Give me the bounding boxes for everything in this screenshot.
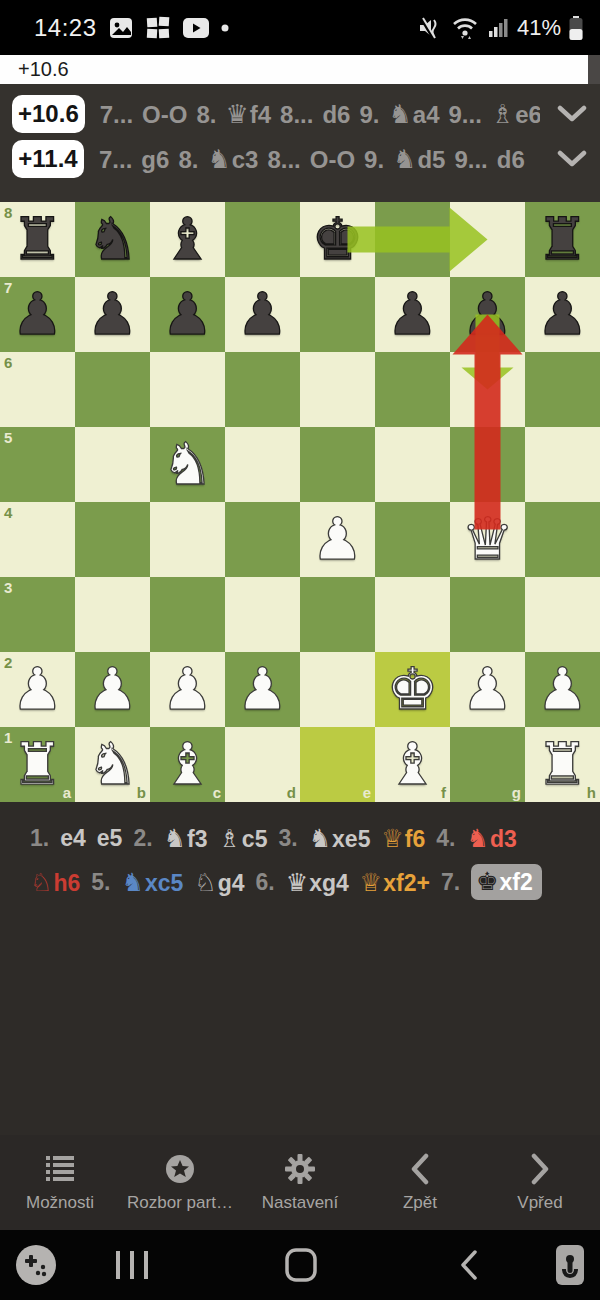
square-a4[interactable]: 4: [0, 502, 75, 577]
square-c8[interactable]: ♝: [150, 202, 225, 277]
square-c3[interactable]: [150, 577, 225, 652]
square-d3[interactable]: [225, 577, 300, 652]
square-e3[interactable]: [300, 577, 375, 652]
square-a8[interactable]: 8♜: [0, 202, 75, 277]
coord-file-f: f: [441, 785, 446, 800]
options-button[interactable]: Možnosti: [0, 1135, 120, 1230]
move-text: c5: [242, 826, 268, 853]
square-g6[interactable]: [450, 352, 525, 427]
move-text: 8.: [196, 101, 216, 129]
move-token[interactable]: 8.: [196, 101, 216, 129]
coord-rank-7: 7: [4, 280, 12, 295]
engine-line-1-moves: 7...O-O8.♛f48...d69.♞a49...♗e610.: [100, 99, 540, 129]
move-text: e4: [60, 825, 86, 852]
coord-rank-2: 2: [4, 655, 12, 670]
move-token[interactable]: ♘h6: [30, 868, 80, 897]
options-list-icon: [44, 1153, 76, 1185]
square-g7[interactable]: ♟: [450, 277, 525, 352]
move-token[interactable]: ♞d3: [467, 824, 517, 853]
square-b2[interactable]: ♟: [75, 652, 150, 727]
move-list-row: ♘h65.♞xc5♘g46.♛xg4♕xf2+7.♚xf2: [30, 860, 590, 904]
square-b1[interactable]: b♞: [75, 727, 150, 802]
move-token[interactable]: 8.: [178, 146, 198, 174]
piece-figurine: ♗: [218, 824, 240, 853]
coord-rank-6: 6: [4, 355, 12, 370]
move-token[interactable]: 9...: [449, 101, 482, 129]
move-text: e6: [515, 101, 540, 129]
move-text: d6: [497, 146, 525, 174]
dot-notification-icon: [221, 24, 229, 32]
move-token[interactable]: 4.: [436, 825, 455, 852]
engine-line-1-eval-badge: +10.6: [12, 95, 85, 133]
move-text: 7.: [441, 869, 460, 896]
piece-black-pawn-d7[interactable]: ♟: [237, 277, 289, 352]
piece-black-rook-h8[interactable]: ♜: [537, 202, 589, 277]
piece-black-bishop-c8[interactable]: ♝: [162, 202, 214, 277]
move-list: 1.e4e52.♞f3♗c53.♞xe5♕f64.♞d3♘h65.♞xc5♘g4…: [0, 802, 600, 1135]
square-h6[interactable]: [525, 352, 600, 427]
chevron-right-icon: [530, 1153, 550, 1185]
move-text: 7...: [99, 146, 132, 174]
coord-file-c: c: [213, 785, 221, 800]
square-e4[interactable]: ♟: [300, 502, 375, 577]
star-circle-icon: [164, 1153, 196, 1185]
piece-figurine: ♞: [388, 99, 411, 129]
move-token[interactable]: d6: [322, 101, 350, 129]
move-text: 9.: [359, 101, 379, 129]
chevron-left-icon: [410, 1153, 430, 1185]
bottom-toolbar: Možnosti Rozbor part…: [0, 1135, 600, 1230]
square-g2[interactable]: ♟: [450, 652, 525, 727]
move-text: d3: [490, 826, 517, 853]
move-token[interactable]: ♕xf2+: [360, 868, 430, 897]
piece-black-pawn-h7[interactable]: ♟: [537, 277, 589, 352]
coord-rank-8: 8: [4, 205, 12, 220]
wifi-icon: [451, 16, 481, 40]
move-token[interactable]: ♗c5: [218, 824, 267, 853]
piece-figurine: ♛: [286, 868, 308, 897]
coord-file-b: b: [137, 785, 146, 800]
piece-black-pawn-g7[interactable]: ♟: [462, 277, 514, 352]
move-text: 1.: [30, 825, 49, 852]
chess-board[interactable]: 8♜♞♝♚♜7♟♟♟♟♟♟♟65♞4♟♛32♟♟♟♟♚♟♟1a♜b♞c♝def♝…: [0, 202, 600, 802]
piece-white-pawn-b2[interactable]: ♟: [87, 652, 139, 727]
coord-file-g: g: [512, 785, 521, 800]
piece-white-pawn-h2[interactable]: ♟: [537, 652, 589, 727]
move-text: c3: [232, 146, 259, 174]
square-h7[interactable]: ♟: [525, 277, 600, 352]
square-d1[interactable]: d: [225, 727, 300, 802]
recents-button-icon[interactable]: [114, 1250, 150, 1280]
square-e7[interactable]: [300, 277, 375, 352]
square-h5[interactable]: [525, 427, 600, 502]
square-a6[interactable]: 6: [0, 352, 75, 427]
square-a1[interactable]: 1a♜: [0, 727, 75, 802]
move-token[interactable]: ♞xe5: [309, 824, 371, 853]
square-b4[interactable]: [75, 502, 150, 577]
coord-rank-3: 3: [4, 580, 12, 595]
app-notification-icon: [145, 15, 171, 41]
piece-figurine: ♞: [121, 868, 143, 897]
game-booster-icon[interactable]: [14, 1243, 58, 1287]
move-token[interactable]: e4: [60, 825, 86, 852]
forward-move-button[interactable]: Vpřed: [480, 1135, 600, 1230]
move-text: O-O: [310, 146, 355, 174]
piece-black-knight-b8[interactable]: ♞: [87, 202, 139, 277]
move-text: 8...: [267, 146, 300, 174]
system-nav-bar: [0, 1230, 600, 1300]
piece-white-king-f2[interactable]: ♚: [387, 652, 439, 727]
square-f4[interactable]: [375, 502, 450, 577]
square-h8[interactable]: ♜: [525, 202, 600, 277]
move-text: a4: [413, 101, 440, 129]
move-text: 8...: [280, 101, 313, 129]
evaluation-bar-white: +10.6: [0, 55, 588, 84]
coord-file-d: d: [287, 785, 296, 800]
move-token[interactable]: 6.: [256, 869, 275, 896]
move-text: 8.: [178, 146, 198, 174]
square-h4[interactable]: [525, 502, 600, 577]
square-g1[interactable]: g: [450, 727, 525, 802]
move-text: xf2+: [383, 870, 430, 897]
move-token[interactable]: e5: [97, 825, 123, 852]
move-token[interactable]: 8...: [280, 101, 313, 129]
move-text: g6: [141, 146, 169, 174]
battery-percent: 41%: [517, 15, 561, 41]
square-f3[interactable]: [375, 577, 450, 652]
square-b8[interactable]: ♞: [75, 202, 150, 277]
square-e6[interactable]: [300, 352, 375, 427]
square-b6[interactable]: [75, 352, 150, 427]
piece-figurine: ♕: [381, 824, 403, 853]
piece-figurine: ♕: [360, 868, 382, 897]
chevron-down-icon[interactable]: [557, 105, 587, 123]
move-token[interactable]: 1.: [30, 825, 49, 852]
game-review-label: Rozbor part…: [127, 1193, 233, 1213]
game-review-button[interactable]: Rozbor part…: [120, 1135, 240, 1230]
move-token[interactable]: 3.: [278, 825, 297, 852]
square-f8[interactable]: [375, 202, 450, 277]
move-token[interactable]: 9...: [454, 146, 487, 174]
piece-white-pawn-e4[interactable]: ♟: [312, 502, 364, 577]
piece-black-pawn-b7[interactable]: ♟: [87, 277, 139, 352]
move-token[interactable]: d6: [497, 146, 525, 174]
battery-icon: [568, 14, 584, 42]
move-text: g4: [218, 870, 245, 897]
piece-figurine: ♛: [225, 99, 248, 129]
move-token[interactable]: ♘g4: [194, 868, 244, 897]
piece-figurine: ♞: [164, 824, 186, 853]
move-token[interactable]: ♞xc5: [121, 868, 183, 897]
move-token[interactable]: 7...: [100, 101, 133, 129]
move-token[interactable]: O-O: [310, 146, 355, 174]
back-button-icon[interactable]: [458, 1249, 480, 1281]
piece-black-rook-a8[interactable]: ♜: [12, 202, 64, 277]
move-text: 9.: [364, 146, 384, 174]
settings-label: Nastavení: [262, 1193, 339, 1213]
move-text: xg4: [309, 870, 349, 897]
piece-white-rook-h1[interactable]: ♜: [537, 727, 589, 802]
piece-black-pawn-c7[interactable]: ♟: [162, 277, 214, 352]
square-c4[interactable]: [150, 502, 225, 577]
move-text: h6: [53, 870, 80, 897]
piece-figurine: ♞: [207, 144, 230, 174]
move-token[interactable]: ♛xg4: [286, 868, 349, 897]
status-bar: 14:23: [0, 0, 600, 55]
square-c2[interactable]: ♟: [150, 652, 225, 727]
forward-move-label: Vpřed: [517, 1193, 562, 1213]
move-token[interactable]: ♞f3: [164, 824, 208, 853]
square-c5[interactable]: ♞: [150, 427, 225, 502]
move-text: 4.: [436, 825, 455, 852]
piece-white-bishop-c1[interactable]: ♝: [162, 727, 214, 802]
move-text: 2.: [133, 825, 152, 852]
piece-white-knight-b1[interactable]: ♞: [87, 727, 139, 802]
move-text: 9...: [454, 146, 487, 174]
move-text: d6: [322, 101, 350, 129]
square-g5[interactable]: [450, 427, 525, 502]
piece-white-rook-a1[interactable]: ♜: [12, 727, 64, 802]
piece-figurine: ♘: [30, 868, 52, 897]
move-token[interactable]: 9.: [359, 101, 379, 129]
square-d4[interactable]: [225, 502, 300, 577]
square-d5[interactable]: [225, 427, 300, 502]
move-text: d5: [417, 146, 445, 174]
engine-line-2[interactable]: +11.4 7...g68.♞c38...O-O9.♞d59...d6: [0, 140, 600, 178]
piece-white-pawn-c2[interactable]: ♟: [162, 652, 214, 727]
square-b7[interactable]: ♟: [75, 277, 150, 352]
home-button-icon[interactable]: [284, 1247, 318, 1283]
move-text: 6.: [256, 869, 275, 896]
square-c6[interactable]: [150, 352, 225, 427]
square-f6[interactable]: [375, 352, 450, 427]
move-text: 7...: [100, 101, 133, 129]
coord-rank-1: 1: [4, 730, 12, 745]
piece-white-pawn-g2[interactable]: ♟: [462, 652, 514, 727]
square-a3[interactable]: 3: [0, 577, 75, 652]
move-text: f4: [250, 101, 271, 129]
square-e5[interactable]: [300, 427, 375, 502]
move-token[interactable]: g6: [141, 146, 169, 174]
piece-figurine: ♞: [393, 144, 416, 174]
square-d8[interactable]: [225, 202, 300, 277]
coord-rank-4: 4: [4, 505, 12, 520]
square-f7[interactable]: ♟: [375, 277, 450, 352]
gallery-notification-icon: [108, 15, 134, 41]
move-list-row: 1.e4e52.♞f3♗c53.♞xe5♕f64.♞d3: [30, 816, 590, 860]
piece-black-king-e8[interactable]: ♚: [312, 202, 364, 277]
move-token[interactable]: 9.: [364, 146, 384, 174]
move-token[interactable]: ♗e6: [491, 99, 540, 129]
move-text: xf2: [499, 869, 532, 896]
move-token[interactable]: ♞c3: [207, 144, 258, 174]
square-h2[interactable]: ♟: [525, 652, 600, 727]
chevron-down-icon[interactable]: [557, 150, 587, 168]
square-f1[interactable]: f♝: [375, 727, 450, 802]
gear-icon: [284, 1153, 316, 1185]
square-a2[interactable]: 2♟: [0, 652, 75, 727]
square-c7[interactable]: ♟: [150, 277, 225, 352]
square-f2[interactable]: ♚: [375, 652, 450, 727]
coord-file-h: h: [587, 785, 596, 800]
square-e1[interactable]: e: [300, 727, 375, 802]
move-token[interactable]: 2.: [133, 825, 152, 852]
square-b3[interactable]: [75, 577, 150, 652]
engine-line-1[interactable]: +10.6 7...O-O8.♛f48...d69.♞a49...♗e610.: [0, 95, 600, 133]
coord-rank-5: 5: [4, 430, 12, 445]
square-a7[interactable]: 7♟: [0, 277, 75, 352]
move-text: 5.: [91, 869, 110, 896]
move-text: f6: [405, 826, 425, 853]
move-token[interactable]: 7...: [99, 146, 132, 174]
square-d2[interactable]: ♟: [225, 652, 300, 727]
engine-line-2-moves: 7...g68.♞c38...O-O9.♞d59...d6: [99, 144, 534, 174]
piece-white-knight-c5[interactable]: ♞: [162, 427, 214, 502]
square-h3[interactable]: [525, 577, 600, 652]
move-text: 3.: [278, 825, 297, 852]
piece-figurine: ♞: [309, 824, 331, 853]
back-move-button[interactable]: Zpět: [360, 1135, 480, 1230]
move-text: O-O: [142, 101, 187, 129]
square-g3[interactable]: [450, 577, 525, 652]
clock-time: 14:23: [34, 14, 97, 42]
square-h1[interactable]: h♜: [525, 727, 600, 802]
square-f5[interactable]: [375, 427, 450, 502]
piece-black-pawn-a7[interactable]: ♟: [12, 277, 64, 352]
square-g8[interactable]: [450, 202, 525, 277]
piece-figurine: ♞: [467, 824, 489, 853]
options-label: Možnosti: [26, 1193, 94, 1213]
move-token[interactable]: ♚xf2: [471, 864, 542, 900]
square-e8[interactable]: ♚: [300, 202, 375, 277]
piece-figurine: ♘: [194, 868, 216, 897]
engine-analysis-panel: +10.6 7...O-O8.♛f48...d69.♞a49...♗e610. …: [0, 84, 600, 202]
square-d7[interactable]: ♟: [225, 277, 300, 352]
move-token[interactable]: 7.: [441, 869, 460, 896]
settings-button[interactable]: Nastavení: [240, 1135, 360, 1230]
piece-figurine: ♚: [476, 867, 498, 896]
evaluation-score: +10.6: [18, 58, 69, 81]
signal-strength-icon: [488, 17, 510, 39]
engine-line-2-eval-badge: +11.4: [12, 140, 84, 178]
piece-figurine: ♗: [491, 99, 514, 129]
move-token[interactable]: O-O: [142, 101, 187, 129]
move-token[interactable]: ♕f6: [381, 824, 425, 853]
back-move-label: Zpět: [403, 1193, 437, 1213]
chess-app-screen: 14:23: [0, 0, 600, 1300]
edge-panel-touch-icon[interactable]: [552, 1243, 588, 1287]
move-token[interactable]: ♛f4: [225, 99, 271, 129]
piece-black-pawn-f7[interactable]: ♟: [387, 277, 439, 352]
piece-white-pawn-a2[interactable]: ♟: [12, 652, 64, 727]
mute-vibrate-icon: [418, 16, 444, 40]
piece-white-bishop-f1[interactable]: ♝: [387, 727, 439, 802]
move-token[interactable]: 5.: [91, 869, 110, 896]
move-text: 9...: [449, 101, 482, 129]
square-c1[interactable]: c♝: [150, 727, 225, 802]
piece-white-queen-g4[interactable]: ♛: [462, 502, 514, 577]
move-text: xc5: [145, 870, 183, 897]
youtube-notification-icon: [182, 17, 210, 39]
piece-white-pawn-d2[interactable]: ♟: [237, 652, 289, 727]
square-g4[interactable]: ♛: [450, 502, 525, 577]
coord-file-a: a: [63, 785, 71, 800]
move-token[interactable]: ♞a4: [388, 99, 439, 129]
square-d6[interactable]: [225, 352, 300, 427]
coord-file-e: e: [363, 785, 371, 800]
move-text: xe5: [332, 826, 370, 853]
move-text: f3: [187, 826, 207, 853]
move-token[interactable]: ♞d5: [393, 144, 445, 174]
evaluation-bar: +10.6: [0, 55, 600, 84]
square-e2[interactable]: [300, 652, 375, 727]
move-token[interactable]: 8...: [267, 146, 300, 174]
square-b5[interactable]: [75, 427, 150, 502]
square-a5[interactable]: 5: [0, 427, 75, 502]
move-text: e5: [97, 825, 123, 852]
